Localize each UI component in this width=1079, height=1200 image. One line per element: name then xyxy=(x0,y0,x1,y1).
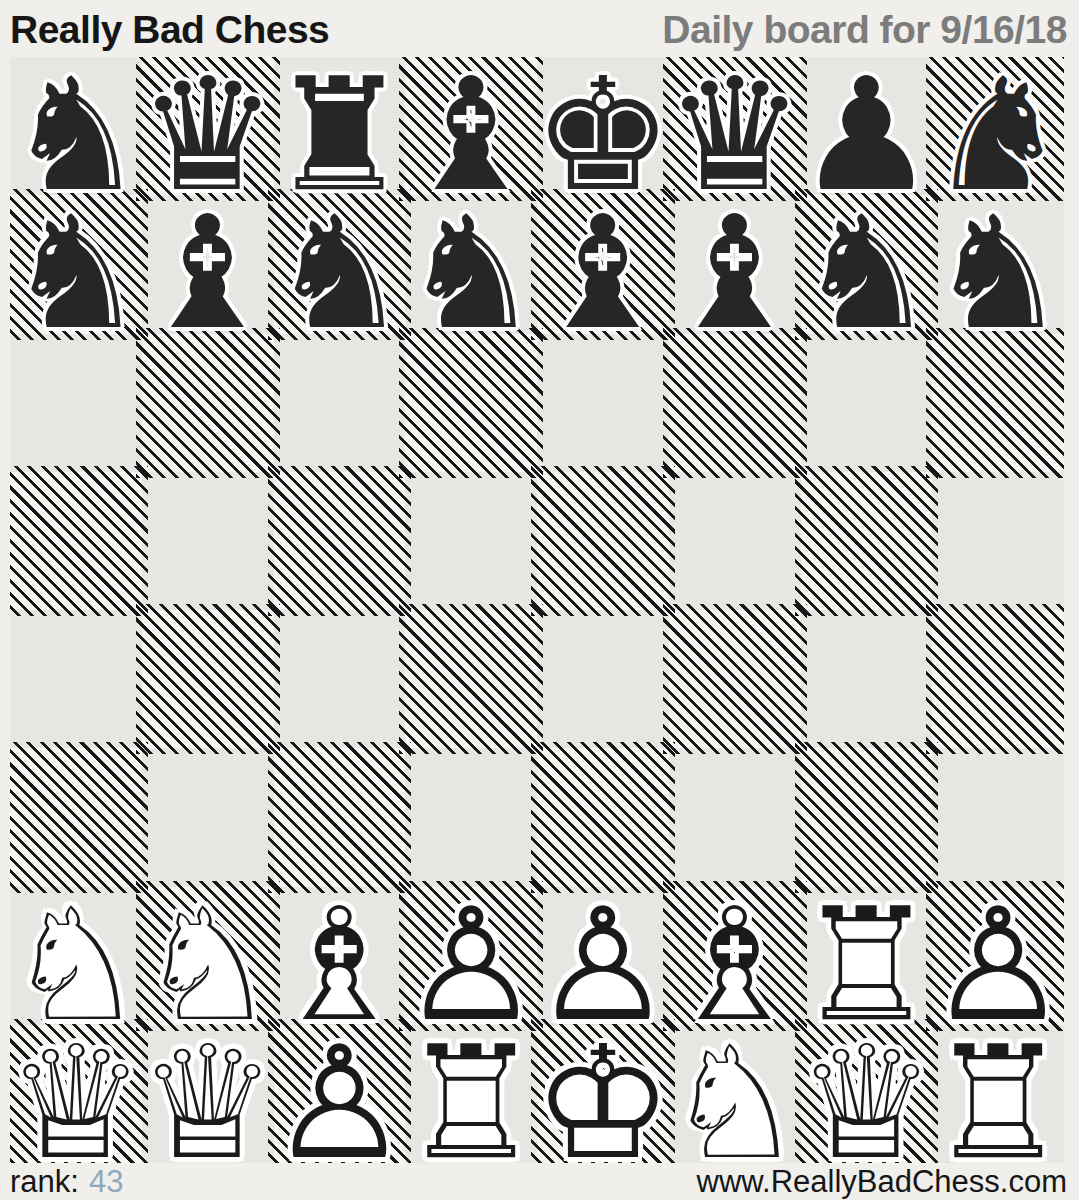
piece-white-pawn[interactable]: ♟♙ xyxy=(537,887,669,1025)
square-a1[interactable]: ♛♕ xyxy=(10,1025,142,1163)
square-f7[interactable]: ♝ xyxy=(669,195,801,333)
piece-black-knight[interactable]: ♞ xyxy=(932,57,1064,195)
piece-white-rook[interactable]: ♜♖ xyxy=(405,1025,537,1163)
piece-white-queen[interactable]: ♛♕ xyxy=(142,1025,274,1163)
square-c5[interactable] xyxy=(274,472,406,610)
white-pawn-outline-icon: ♙ xyxy=(269,1024,409,1163)
square-f2[interactable]: ♝♗ xyxy=(669,887,801,1025)
square-e2[interactable]: ♟♙ xyxy=(537,887,669,1025)
white-rook-outline-icon: ♖ xyxy=(928,1024,1064,1163)
square-g8[interactable]: ♟ xyxy=(801,57,933,195)
black-knight-icon: ♞ xyxy=(928,195,1064,351)
piece-glyph-stack: ♛♕ xyxy=(796,1024,936,1163)
square-h5[interactable] xyxy=(932,472,1064,610)
piece-white-rook[interactable]: ♜♖ xyxy=(932,1025,1064,1163)
square-d8[interactable]: ♝ xyxy=(405,57,537,195)
black-bishop-icon: ♝ xyxy=(533,195,673,351)
square-c1[interactable]: ♟♙ xyxy=(274,1025,406,1163)
piece-white-knight[interactable]: ♞♘ xyxy=(10,887,142,1025)
square-c7[interactable]: ♞ xyxy=(274,195,406,333)
piece-white-bishop[interactable]: ♝♗ xyxy=(274,887,406,1025)
square-c2[interactable]: ♝♗ xyxy=(274,887,406,1025)
piece-white-queen[interactable]: ♛♕ xyxy=(801,1025,933,1163)
square-d4[interactable] xyxy=(405,610,537,748)
white-queen-outline-icon: ♕ xyxy=(10,1024,146,1163)
white-king-outline-icon: ♔ xyxy=(533,1024,673,1163)
square-g2[interactable]: ♜♖ xyxy=(801,887,933,1025)
square-e4[interactable] xyxy=(537,610,669,748)
square-f5[interactable] xyxy=(669,472,801,610)
piece-glyph-stack: ♜♖ xyxy=(928,1024,1064,1163)
piece-glyph-stack: ♞♘ xyxy=(665,1024,805,1163)
square-b8[interactable]: ♛ xyxy=(142,57,274,195)
website-link[interactable]: www.ReallyBadChess.com xyxy=(697,1164,1067,1200)
square-f1[interactable]: ♞♘ xyxy=(669,1025,801,1163)
footer: rank:43 www.ReallyBadChess.com xyxy=(0,1163,1079,1200)
piece-glyph-stack: ♞ xyxy=(10,195,146,351)
piece-glyph-stack: ♞ xyxy=(401,195,541,351)
piece-glyph-stack: ♞ xyxy=(269,195,409,351)
square-g3[interactable] xyxy=(801,748,933,886)
rank-line: rank:43 xyxy=(10,1164,123,1200)
white-rook-outline-icon: ♖ xyxy=(401,1024,541,1163)
square-a4[interactable] xyxy=(10,610,142,748)
piece-black-king[interactable]: ♚ xyxy=(537,57,669,195)
piece-black-knight[interactable]: ♞ xyxy=(405,195,537,333)
piece-black-bishop[interactable]: ♝ xyxy=(669,195,801,333)
chess-board: ♞♛♜♝♚♛♟♞♞♝♞♞♝♝♞♞♞♘♞♘♝♗♟♙♟♙♝♗♜♖♟♙♛♕♛♕♟♙♜♖… xyxy=(10,57,1064,1163)
piece-black-knight[interactable]: ♞ xyxy=(10,57,142,195)
square-b2[interactable]: ♞♘ xyxy=(142,887,274,1025)
square-e5[interactable] xyxy=(537,472,669,610)
square-h4[interactable] xyxy=(932,610,1064,748)
square-g4[interactable] xyxy=(801,610,933,748)
square-h7[interactable]: ♞ xyxy=(932,195,1064,333)
header: Really Bad Chess Daily board for 9/16/18 xyxy=(0,0,1079,57)
piece-glyph-stack: ♝ xyxy=(138,195,278,351)
piece-white-king[interactable]: ♚♔ xyxy=(537,1025,669,1163)
piece-black-bishop[interactable]: ♝ xyxy=(142,195,274,333)
piece-black-rook[interactable]: ♜ xyxy=(274,57,406,195)
square-h2[interactable]: ♟♙ xyxy=(932,887,1064,1025)
square-a5[interactable] xyxy=(10,472,142,610)
piece-glyph-stack: ♛♕ xyxy=(138,1024,278,1163)
piece-black-knight[interactable]: ♞ xyxy=(10,195,142,333)
black-knight-icon: ♞ xyxy=(269,195,409,351)
daily-board-date: Daily board for 9/16/18 xyxy=(662,8,1067,52)
square-h3[interactable] xyxy=(932,748,1064,886)
piece-white-knight[interactable]: ♞♘ xyxy=(142,887,274,1025)
square-d2[interactable]: ♟♙ xyxy=(405,887,537,1025)
white-queen-outline-icon: ♕ xyxy=(796,1024,936,1163)
square-c3[interactable] xyxy=(274,748,406,886)
piece-glyph-stack: ♜♖ xyxy=(401,1024,541,1163)
piece-glyph-stack: ♞ xyxy=(796,195,936,351)
piece-glyph-stack: ♝ xyxy=(665,195,805,351)
square-e1[interactable]: ♚♔ xyxy=(537,1025,669,1163)
square-f3[interactable] xyxy=(669,748,801,886)
piece-black-queen[interactable]: ♛ xyxy=(669,57,801,195)
square-a2[interactable]: ♞♘ xyxy=(10,887,142,1025)
piece-black-queen[interactable]: ♛ xyxy=(142,57,274,195)
square-e3[interactable] xyxy=(537,748,669,886)
square-b3[interactable] xyxy=(142,748,274,886)
piece-black-knight[interactable]: ♞ xyxy=(274,195,406,333)
square-f8[interactable]: ♛ xyxy=(669,57,801,195)
square-d7[interactable]: ♞ xyxy=(405,195,537,333)
app-title: Really Bad Chess xyxy=(10,8,329,52)
white-queen-outline-icon: ♕ xyxy=(138,1024,278,1163)
piece-white-pawn[interactable]: ♟♙ xyxy=(274,1025,406,1163)
piece-white-pawn[interactable]: ♟♙ xyxy=(405,887,537,1025)
square-a8[interactable]: ♞ xyxy=(10,57,142,195)
white-knight-outline-icon: ♘ xyxy=(665,1024,805,1163)
square-d3[interactable] xyxy=(405,748,537,886)
square-b4[interactable] xyxy=(142,610,274,748)
piece-glyph-stack: ♚♔ xyxy=(533,1024,673,1163)
square-g1[interactable]: ♛♕ xyxy=(801,1025,933,1163)
square-e7[interactable]: ♝ xyxy=(537,195,669,333)
black-bishop-icon: ♝ xyxy=(665,195,805,351)
square-g7[interactable]: ♞ xyxy=(801,195,933,333)
square-h8[interactable]: ♞ xyxy=(932,57,1064,195)
square-d1[interactable]: ♜♖ xyxy=(405,1025,537,1163)
black-bishop-icon: ♝ xyxy=(138,195,278,351)
rank-value: 43 xyxy=(89,1164,123,1200)
square-b7[interactable]: ♝ xyxy=(142,195,274,333)
black-knight-icon: ♞ xyxy=(10,195,146,351)
piece-glyph-stack: ♟♙ xyxy=(269,1024,409,1163)
piece-white-queen[interactable]: ♛♕ xyxy=(10,1025,142,1163)
square-d5[interactable] xyxy=(405,472,537,610)
square-b5[interactable] xyxy=(142,472,274,610)
piece-black-knight[interactable]: ♞ xyxy=(801,195,933,333)
piece-black-bishop[interactable]: ♝ xyxy=(405,57,537,195)
square-h1[interactable]: ♜♖ xyxy=(932,1025,1064,1163)
square-e8[interactable]: ♚ xyxy=(537,57,669,195)
piece-white-knight[interactable]: ♞♘ xyxy=(669,1025,801,1163)
black-knight-icon: ♞ xyxy=(796,195,936,351)
piece-white-pawn[interactable]: ♟♙ xyxy=(932,887,1064,1025)
piece-glyph-stack: ♝ xyxy=(533,195,673,351)
square-g5[interactable] xyxy=(801,472,933,610)
square-f4[interactable] xyxy=(669,610,801,748)
square-b1[interactable]: ♛♕ xyxy=(142,1025,274,1163)
piece-white-bishop[interactable]: ♝♗ xyxy=(669,887,801,1025)
piece-black-pawn[interactable]: ♟ xyxy=(801,57,933,195)
piece-glyph-stack: ♛♕ xyxy=(10,1024,146,1163)
piece-black-bishop[interactable]: ♝ xyxy=(537,195,669,333)
black-knight-icon: ♞ xyxy=(401,195,541,351)
piece-glyph-stack: ♞ xyxy=(928,195,1064,351)
square-c4[interactable] xyxy=(274,610,406,748)
piece-black-knight[interactable]: ♞ xyxy=(932,195,1064,333)
square-a3[interactable] xyxy=(10,748,142,886)
piece-white-rook[interactable]: ♜♖ xyxy=(801,887,933,1025)
rank-label: rank: xyxy=(10,1164,79,1200)
square-a7[interactable]: ♞ xyxy=(10,195,142,333)
square-c8[interactable]: ♜ xyxy=(274,57,406,195)
